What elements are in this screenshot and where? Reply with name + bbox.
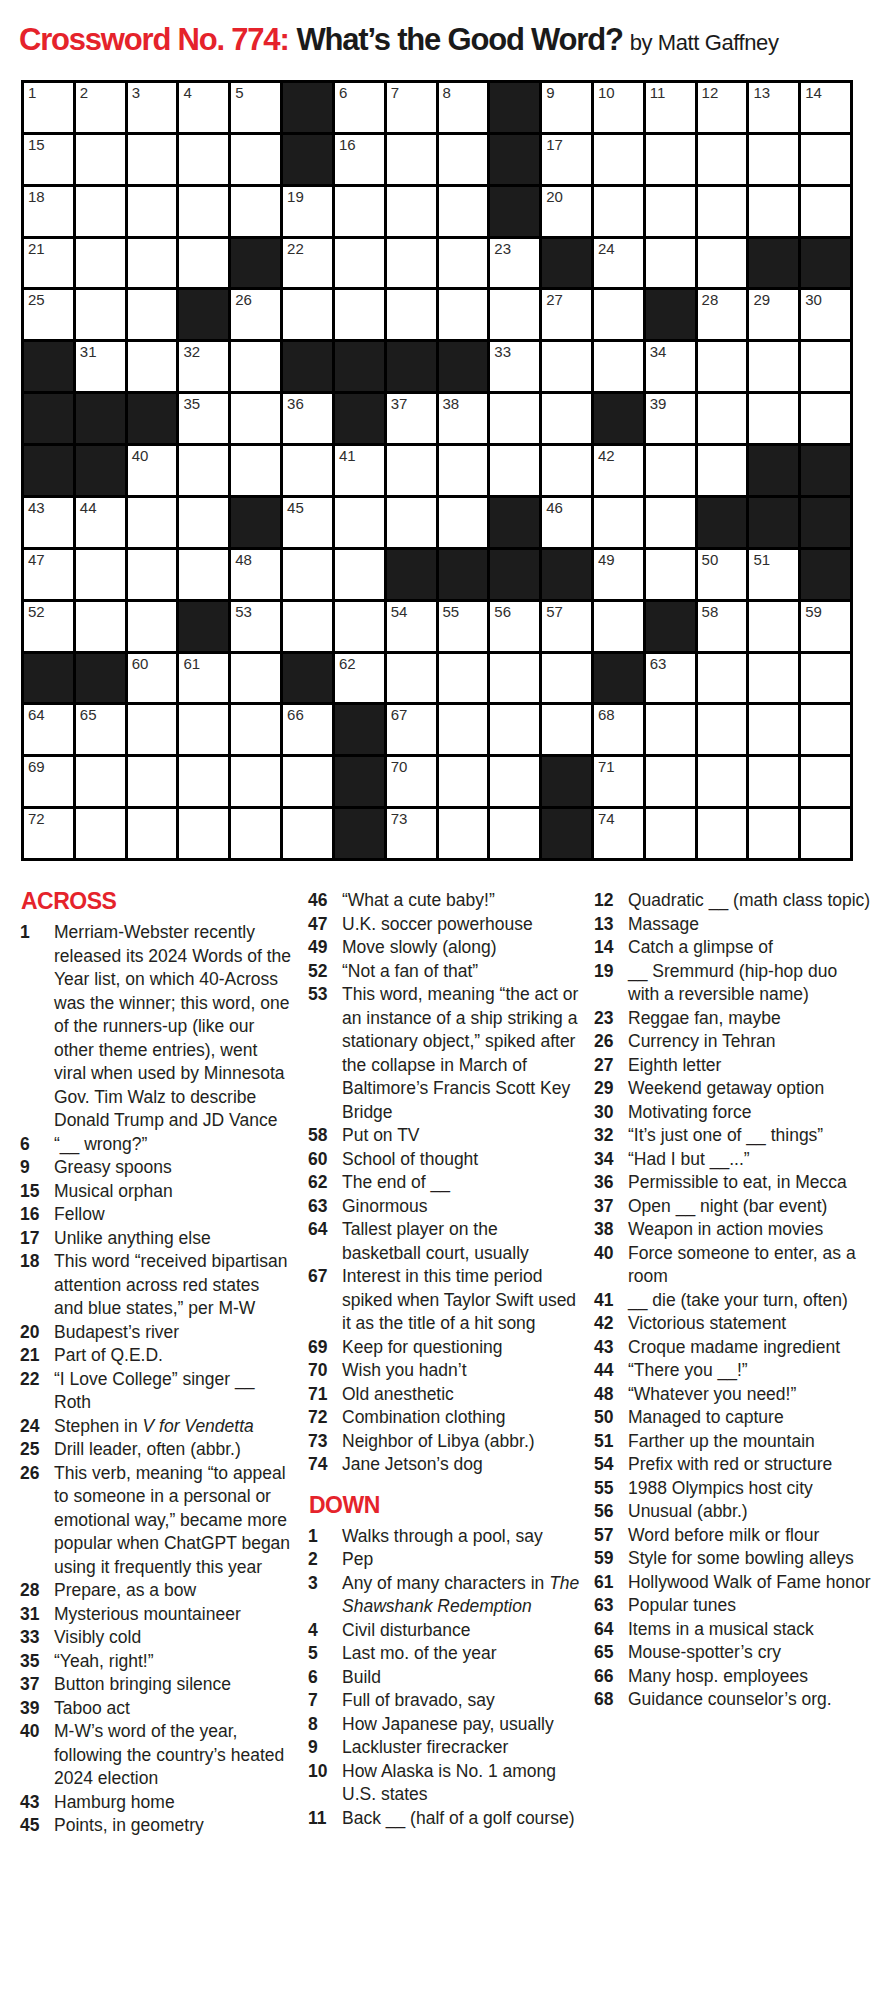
grid-cell[interactable] (128, 290, 177, 339)
grid-cell[interactable] (698, 187, 747, 236)
grid-cell[interactable]: 35 (179, 394, 228, 443)
clue-across-71: 71Old anesthetic (308, 1383, 580, 1407)
black-square (439, 550, 488, 599)
grid-cell[interactable] (698, 705, 747, 754)
grid-cell[interactable] (801, 809, 850, 858)
grid-cell[interactable] (698, 446, 747, 495)
clue-number: 49 (308, 936, 342, 960)
grid-cell[interactable] (231, 446, 280, 495)
grid-cell[interactable]: 16 (335, 135, 384, 184)
grid-cell[interactable] (387, 239, 436, 288)
grid-cell[interactable] (490, 446, 539, 495)
grid-cell[interactable] (594, 498, 643, 547)
grid-cell[interactable]: 54 (387, 602, 436, 651)
grid-cell[interactable]: 58 (698, 602, 747, 651)
grid-cell[interactable] (76, 187, 125, 236)
grid-cell[interactable]: 26 (231, 290, 280, 339)
grid-cell[interactable] (179, 498, 228, 547)
grid-cell[interactable] (283, 809, 332, 858)
clue-number: 60 (308, 1148, 342, 1172)
clue-number: 32 (594, 1124, 628, 1148)
grid-cell[interactable] (646, 550, 695, 599)
clue-text: 1988 Olympics host city (628, 1477, 872, 1501)
grid-cell[interactable] (594, 602, 643, 651)
grid-cell[interactable] (335, 187, 384, 236)
grid-cell[interactable] (179, 135, 228, 184)
grid-cell[interactable] (231, 342, 280, 391)
clue-text: Tallest player on the basketball court, … (342, 1218, 580, 1265)
clue-down-42: 42Victorious statement (594, 1312, 872, 1336)
grid-cell[interactable]: 48 (231, 550, 280, 599)
clue-text: Full of bravado, say (342, 1689, 580, 1713)
grid-cell[interactable]: 40 (128, 446, 177, 495)
grid-cell[interactable] (594, 135, 643, 184)
cell-number: 21 (28, 240, 45, 257)
grid-cell[interactable] (749, 187, 798, 236)
clue-number: 38 (594, 1218, 628, 1242)
clue-across-40: 40M-W’s word of the year, following the … (20, 1720, 292, 1791)
grid-cell[interactable] (76, 290, 125, 339)
grid-cell[interactable] (439, 757, 488, 806)
grid-cell[interactable] (490, 394, 539, 443)
clue-number: 48 (594, 1383, 628, 1407)
clue-across-6: 6“__ wrong?” (20, 1133, 292, 1157)
black-square (283, 135, 332, 184)
grid-cell[interactable] (179, 705, 228, 754)
cell-number: 65 (80, 706, 97, 723)
grid-cell[interactable] (283, 757, 332, 806)
grid-cell[interactable] (801, 654, 850, 703)
grid-cell[interactable] (439, 239, 488, 288)
clue-number: 31 (20, 1603, 54, 1627)
grid-cell[interactable] (128, 550, 177, 599)
grid-cell[interactable]: 17 (542, 135, 591, 184)
clue-down-19: 19__ Sremmurd (hip-hop duo with a revers… (594, 960, 872, 1007)
grid-cell[interactable] (76, 239, 125, 288)
clue-number: 21 (20, 1344, 54, 1368)
clue-text: Merriam-Webster recently released its 20… (54, 921, 292, 1133)
black-square (335, 705, 384, 754)
grid-cell[interactable]: 39 (646, 394, 695, 443)
clue-across-15: 15Musical orphan (20, 1180, 292, 1204)
clue-number: 35 (20, 1650, 54, 1674)
grid-cell[interactable] (439, 809, 488, 858)
grid-cell[interactable] (646, 757, 695, 806)
clue-number: 41 (594, 1289, 628, 1313)
grid-cell[interactable]: 29 (749, 290, 798, 339)
grid-cell[interactable] (231, 394, 280, 443)
grid-cell[interactable] (128, 705, 177, 754)
grid-cell[interactable]: 50 (698, 550, 747, 599)
grid-cell[interactable]: 31 (76, 342, 125, 391)
grid-cell[interactable] (231, 757, 280, 806)
clue-across-25: 25Drill leader, often (abbr.) (20, 1438, 292, 1462)
grid-cell[interactable]: 22 (283, 239, 332, 288)
grid-cell[interactable]: 43 (24, 498, 73, 547)
grid-cell[interactable]: 37 (387, 394, 436, 443)
cell-number: 52 (28, 603, 45, 620)
grid-cell[interactable]: 68 (594, 705, 643, 754)
grid-cell[interactable]: 71 (594, 757, 643, 806)
grid-cell[interactable] (128, 342, 177, 391)
clue-text: Visibly cold (54, 1626, 292, 1650)
grid-cell[interactable]: 42 (594, 446, 643, 495)
black-square (335, 809, 384, 858)
clue-number: 2 (308, 1548, 342, 1572)
clue-across-16: 16Fellow (20, 1203, 292, 1227)
crossword-page: Crossword No. 774:What’s the Good Word?b… (0, 0, 874, 2000)
cell-number: 28 (702, 291, 719, 308)
clue-number: 12 (594, 889, 628, 913)
clue-number: 6 (20, 1133, 54, 1157)
grid-cell[interactable] (387, 654, 436, 703)
clue-text: “Yeah, right!” (54, 1650, 292, 1674)
grid-cell[interactable]: 6 (335, 83, 384, 132)
grid-cell[interactable] (646, 498, 695, 547)
clue-number: 44 (594, 1359, 628, 1383)
grid-cell[interactable] (387, 290, 436, 339)
cell-number: 27 (546, 291, 563, 308)
grid-cell[interactable]: 33 (490, 342, 539, 391)
grid-cell[interactable] (490, 705, 539, 754)
grid-cell[interactable] (128, 757, 177, 806)
grid-cell[interactable] (490, 290, 539, 339)
clue-text: Unusual (abbr.) (628, 1500, 872, 1524)
grid-cell[interactable] (646, 446, 695, 495)
grid-cell[interactable]: 65 (76, 705, 125, 754)
grid-cell[interactable] (335, 602, 384, 651)
grid-cell[interactable] (128, 809, 177, 858)
clue-number: 43 (594, 1336, 628, 1360)
grid-cell[interactable]: 36 (283, 394, 332, 443)
grid-cell[interactable] (179, 187, 228, 236)
cell-number: 22 (287, 240, 304, 257)
grid-cell[interactable] (698, 394, 747, 443)
grid-cell[interactable]: 11 (646, 83, 695, 132)
clue-text: Victorious statement (628, 1312, 872, 1336)
grid-cell[interactable] (646, 809, 695, 858)
grid-cell[interactable] (490, 654, 539, 703)
grid-cell[interactable]: 12 (698, 83, 747, 132)
grid-cell[interactable]: 53 (231, 602, 280, 651)
black-square (439, 342, 488, 391)
grid-cell[interactable] (231, 187, 280, 236)
grid-cell[interactable]: 45 (283, 498, 332, 547)
cell-number: 55 (443, 603, 460, 620)
grid-cell[interactable]: 23 (490, 239, 539, 288)
grid-cell[interactable] (76, 602, 125, 651)
clue-number: 1 (20, 921, 54, 1133)
grid-cell[interactable] (439, 705, 488, 754)
grid-cell[interactable]: 14 (801, 83, 850, 132)
grid-cell[interactable]: 4 (179, 83, 228, 132)
grid-cell[interactable]: 19 (283, 187, 332, 236)
clue-down-32: 32“It’s just one of __ things” (594, 1124, 872, 1148)
clue-text: Popular tunes (628, 1594, 872, 1618)
cell-number: 35 (183, 395, 200, 412)
grid-cell[interactable] (76, 809, 125, 858)
clue-text: “Had I but __...” (628, 1148, 872, 1172)
grid-cell[interactable] (335, 550, 384, 599)
cell-number: 14 (805, 84, 822, 101)
grid-cell[interactable] (749, 602, 798, 651)
grid-cell[interactable]: 56 (490, 602, 539, 651)
grid-cell[interactable] (128, 498, 177, 547)
grid-cell[interactable]: 1 (24, 83, 73, 132)
grid-cell[interactable] (283, 446, 332, 495)
grid-cell[interactable] (542, 654, 591, 703)
clue-number: 46 (308, 889, 342, 913)
grid-cell[interactable]: 66 (283, 705, 332, 754)
black-square (542, 239, 591, 288)
grid-cell[interactable] (128, 239, 177, 288)
clue-across-9: 9Greasy spoons (20, 1156, 292, 1180)
clue-text: “What a cute baby!” (342, 889, 580, 913)
grid-cell[interactable] (283, 550, 332, 599)
clue-text: Budapest’s river (54, 1321, 292, 1345)
grid-cell[interactable] (801, 394, 850, 443)
clue-number: 36 (594, 1171, 628, 1195)
grid-cell[interactable] (698, 239, 747, 288)
grid-cell[interactable]: 5 (231, 83, 280, 132)
grid-cell[interactable] (76, 135, 125, 184)
black-square (283, 654, 332, 703)
grid-cell[interactable] (387, 187, 436, 236)
clue-number: 59 (594, 1547, 628, 1571)
cell-number: 37 (391, 395, 408, 412)
grid-cell[interactable]: 62 (335, 654, 384, 703)
grid-cell[interactable] (801, 705, 850, 754)
clue-down-29: 29Weekend getaway option (594, 1077, 872, 1101)
grid-cell[interactable] (801, 135, 850, 184)
grid-cell[interactable]: 24 (594, 239, 643, 288)
grid-cell[interactable] (231, 135, 280, 184)
grid-cell[interactable] (76, 757, 125, 806)
grid-cell[interactable]: 63 (646, 654, 695, 703)
cell-number: 60 (132, 655, 149, 672)
cell-number: 1 (28, 84, 36, 101)
grid-cell[interactable]: 64 (24, 705, 73, 754)
grid-cell[interactable]: 57 (542, 602, 591, 651)
clue-number: 50 (594, 1406, 628, 1430)
clue-text: Wish you hadn’t (342, 1359, 580, 1383)
clue-number: 23 (594, 1007, 628, 1031)
grid-cell[interactable] (179, 809, 228, 858)
grid-cell[interactable] (335, 498, 384, 547)
grid-cell[interactable]: 30 (801, 290, 850, 339)
clue-down-11: 11Back __ (half of a golf course) (308, 1807, 580, 1831)
grid-cell[interactable] (801, 187, 850, 236)
grid-cell[interactable] (542, 705, 591, 754)
grid-cell[interactable] (490, 809, 539, 858)
clue-down-13: 13Massage (594, 913, 872, 937)
cell-number: 16 (339, 136, 356, 153)
clue-text: Old anesthetic (342, 1383, 580, 1407)
cell-number: 45 (287, 499, 304, 516)
grid-cell[interactable] (698, 135, 747, 184)
cell-number: 40 (132, 447, 149, 464)
clue-text: Eighth letter (628, 1054, 872, 1078)
clue-text: “There you __!” (628, 1359, 872, 1383)
grid-cell[interactable] (439, 654, 488, 703)
grid-cell[interactable] (439, 290, 488, 339)
grid-cell[interactable] (646, 135, 695, 184)
cell-number: 58 (702, 603, 719, 620)
grid-cell[interactable]: 8 (439, 83, 488, 132)
clue-text: “Not a fan of that” (342, 960, 580, 984)
clue-number: 63 (308, 1195, 342, 1219)
grid-cell[interactable] (387, 446, 436, 495)
black-square (76, 394, 125, 443)
grid-cell[interactable] (542, 394, 591, 443)
black-square (76, 446, 125, 495)
clue-down-44: 44“There you __!” (594, 1359, 872, 1383)
grid-cell[interactable]: 21 (24, 239, 73, 288)
grid-cell[interactable]: 61 (179, 654, 228, 703)
grid-cell[interactable]: 10 (594, 83, 643, 132)
clue-text: How Alaska is No. 1 among U.S. states (342, 1760, 580, 1807)
clue-across-33: 33Visibly cold (20, 1626, 292, 1650)
grid-cell[interactable]: 38 (439, 394, 488, 443)
black-square (231, 498, 280, 547)
grid-cell[interactable] (439, 446, 488, 495)
black-square (594, 394, 643, 443)
grid-cell[interactable] (439, 187, 488, 236)
grid-cell[interactable]: 70 (387, 757, 436, 806)
clue-across-53: 53This word, meaning “the act or an inst… (308, 983, 580, 1124)
grid-cell[interactable] (801, 757, 850, 806)
grid-cell[interactable] (231, 809, 280, 858)
grid-cell[interactable]: 73 (387, 809, 436, 858)
clue-across-70: 70Wish you hadn’t (308, 1359, 580, 1383)
grid-cell[interactable]: 60 (128, 654, 177, 703)
clue-number: 67 (308, 1265, 342, 1336)
grid-cell[interactable] (439, 135, 488, 184)
grid-cell[interactable] (439, 498, 488, 547)
grid-cell[interactable] (698, 809, 747, 858)
grid-cell[interactable] (128, 135, 177, 184)
grid-cell[interactable] (646, 705, 695, 754)
grid-cell[interactable]: 7 (387, 83, 436, 132)
black-square (24, 342, 73, 391)
grid-cell[interactable]: 20 (542, 187, 591, 236)
grid-cell[interactable] (542, 446, 591, 495)
grid-cell[interactable] (646, 239, 695, 288)
grid-cell[interactable]: 67 (387, 705, 436, 754)
clue-across-20: 20Budapest’s river (20, 1321, 292, 1345)
grid-cell[interactable] (283, 290, 332, 339)
clue-down-68: 68Guidance counselor’s org. (594, 1688, 872, 1712)
black-square (594, 654, 643, 703)
grid-cell[interactable] (179, 550, 228, 599)
black-square (542, 757, 591, 806)
grid-cell[interactable] (698, 654, 747, 703)
cell-number: 69 (28, 758, 45, 775)
grid-cell[interactable]: 74 (594, 809, 643, 858)
grid-cell[interactable] (594, 342, 643, 391)
grid-cell[interactable]: 28 (698, 290, 747, 339)
across-heading: ACROSS (21, 889, 292, 914)
grid-cell[interactable]: 27 (542, 290, 591, 339)
grid-cell[interactable]: 47 (24, 550, 73, 599)
grid-cell[interactable]: 9 (542, 83, 591, 132)
grid-cell[interactable] (749, 809, 798, 858)
grid-cell[interactable]: 3 (128, 83, 177, 132)
grid-cell[interactable]: 13 (749, 83, 798, 132)
grid-cell[interactable] (387, 498, 436, 547)
grid-cell[interactable] (128, 602, 177, 651)
grid-cell[interactable]: 18 (24, 187, 73, 236)
grid-cell[interactable] (698, 342, 747, 391)
grid-cell[interactable] (335, 239, 384, 288)
grid-cell[interactable]: 34 (646, 342, 695, 391)
grid-cell[interactable]: 41 (335, 446, 384, 495)
grid-cell[interactable]: 32 (179, 342, 228, 391)
cell-number: 5 (235, 84, 243, 101)
grid-cell[interactable] (646, 187, 695, 236)
grid-cell[interactable]: 2 (76, 83, 125, 132)
clue-across-21: 21Part of Q.E.D. (20, 1344, 292, 1368)
clue-down-4: 4Civil disturbance (308, 1619, 580, 1643)
grid-cell[interactable] (335, 290, 384, 339)
grid-cell[interactable] (749, 654, 798, 703)
grid-cell[interactable]: 59 (801, 602, 850, 651)
clue-text: Mysterious mountaineer (54, 1603, 292, 1627)
grid-cell[interactable] (179, 239, 228, 288)
grid-cell[interactable] (387, 135, 436, 184)
black-square (335, 342, 384, 391)
grid-cell[interactable]: 49 (594, 550, 643, 599)
grid-cell[interactable] (179, 757, 228, 806)
black-square (179, 290, 228, 339)
grid-cell[interactable] (76, 550, 125, 599)
grid-cell[interactable] (128, 187, 177, 236)
grid-cell[interactable]: 44 (76, 498, 125, 547)
grid-cell[interactable] (542, 342, 591, 391)
grid-cell[interactable] (179, 446, 228, 495)
grid-cell[interactable]: 15 (24, 135, 73, 184)
grid-cell[interactable]: 72 (24, 809, 73, 858)
grid-cell[interactable]: 51 (749, 550, 798, 599)
grid-cell[interactable]: 46 (542, 498, 591, 547)
grid-cell[interactable] (749, 757, 798, 806)
grid-cell[interactable]: 52 (24, 602, 73, 651)
clue-number: 8 (308, 1713, 342, 1737)
grid-cell[interactable] (749, 705, 798, 754)
grid-cell[interactable] (749, 135, 798, 184)
grid-cell[interactable] (594, 187, 643, 236)
grid-cell[interactable]: 25 (24, 290, 73, 339)
grid-cell[interactable] (749, 342, 798, 391)
grid-cell[interactable] (490, 757, 539, 806)
grid-cell[interactable]: 55 (439, 602, 488, 651)
cell-number: 10 (598, 84, 615, 101)
grid-cell[interactable] (231, 654, 280, 703)
grid-cell[interactable]: 69 (24, 757, 73, 806)
clue-number: 66 (594, 1665, 628, 1689)
title-series: Crossword No. 774: (19, 22, 289, 57)
grid-cell[interactable] (231, 705, 280, 754)
grid-cell[interactable] (801, 342, 850, 391)
grid-cell[interactable] (283, 602, 332, 651)
black-square (801, 239, 850, 288)
grid-cell[interactable] (749, 394, 798, 443)
clue-down-1: 1Walks through a pool, say (308, 1525, 580, 1549)
grid-cell[interactable] (594, 290, 643, 339)
clue-across-47: 47U.K. soccer powerhouse (308, 913, 580, 937)
grid-cell[interactable] (698, 757, 747, 806)
clue-number: 51 (594, 1430, 628, 1454)
